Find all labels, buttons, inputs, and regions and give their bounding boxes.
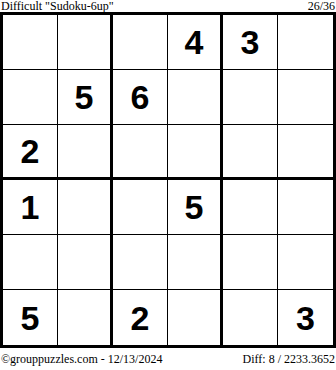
page-title: Difficult "Sudoku-6up" [1, 0, 114, 12]
sudoku-board: 4356215523 [0, 12, 336, 348]
cell-r5c2[interactable] [58, 235, 113, 290]
cell-r1c4[interactable]: 4 [168, 15, 223, 70]
cell-r1c3[interactable] [113, 15, 168, 70]
cell-r4c5[interactable] [223, 180, 278, 235]
cell-r6c3[interactable]: 2 [113, 290, 168, 345]
cell-r2c3[interactable]: 6 [113, 70, 168, 125]
cell-r3c6[interactable] [278, 125, 333, 180]
cell-r3c5[interactable] [223, 125, 278, 180]
cell-r2c1[interactable] [3, 70, 58, 125]
cell-r5c5[interactable] [223, 235, 278, 290]
cell-r5c4[interactable] [168, 235, 223, 290]
cell-r5c3[interactable] [113, 235, 168, 290]
cell-r2c5[interactable] [223, 70, 278, 125]
copyright-text: ©grouppuzzles.com - 12/13/2024 [1, 352, 162, 366]
cell-r4c2[interactable] [58, 180, 113, 235]
cell-r6c1[interactable]: 5 [3, 290, 58, 345]
cell-r5c6[interactable] [278, 235, 333, 290]
cell-r3c1[interactable]: 2 [3, 125, 58, 180]
cell-r3c4[interactable] [168, 125, 223, 180]
cell-r4c3[interactable] [113, 180, 168, 235]
cell-r4c1[interactable]: 1 [3, 180, 58, 235]
cell-r6c4[interactable] [168, 290, 223, 345]
header: Difficult "Sudoku-6up" 26/36 [0, 0, 336, 12]
cell-r6c5[interactable] [223, 290, 278, 345]
cell-r1c1[interactable] [3, 15, 58, 70]
cell-r5c1[interactable] [3, 235, 58, 290]
cell-r1c2[interactable] [58, 15, 113, 70]
cell-r3c2[interactable] [58, 125, 113, 180]
cell-r1c5[interactable]: 3 [223, 15, 278, 70]
cell-r2c6[interactable] [278, 70, 333, 125]
cell-r2c2[interactable]: 5 [58, 70, 113, 125]
puzzle-page: Difficult "Sudoku-6up" 26/36 4356215523 … [0, 0, 336, 370]
footer: ©grouppuzzles.com - 12/13/2024 Diff: 8 /… [0, 348, 336, 370]
cell-r4c4[interactable]: 5 [168, 180, 223, 235]
difficulty-text: Diff: 8 / 2233.3652 [243, 352, 335, 366]
cell-r2c4[interactable] [168, 70, 223, 125]
cell-r4c6[interactable] [278, 180, 333, 235]
cell-r6c6[interactable]: 3 [278, 290, 333, 345]
remaining-counter: 26/36 [308, 0, 335, 12]
cell-r6c2[interactable] [58, 290, 113, 345]
cell-r1c6[interactable] [278, 15, 333, 70]
cell-r3c3[interactable] [113, 125, 168, 180]
